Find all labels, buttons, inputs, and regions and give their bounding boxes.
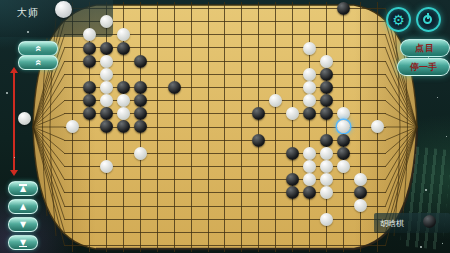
prev-move-button[interactable]: ▲ (8, 199, 38, 214)
board-cell[interactable] (183, 186, 200, 199)
board-cell[interactable] (318, 199, 335, 212)
board-cell[interactable] (352, 147, 369, 160)
board-cell[interactable] (284, 160, 301, 173)
board-cell[interactable] (183, 239, 200, 252)
board-cell[interactable] (64, 160, 81, 173)
board-cell[interactable] (217, 81, 234, 94)
board-cell[interactable] (64, 107, 81, 120)
board-cell[interactable] (200, 81, 217, 94)
board-cell[interactable] (284, 41, 301, 54)
go-board-grid[interactable] (64, 2, 386, 252)
board-cell[interactable] (335, 94, 352, 107)
board-cell[interactable] (217, 15, 234, 28)
board-cell[interactable] (233, 173, 250, 186)
board-cell[interactable] (200, 134, 217, 147)
board-cell[interactable] (267, 199, 284, 212)
board-cell[interactable] (98, 81, 115, 94)
board-cell[interactable] (166, 213, 183, 226)
board-cell[interactable] (318, 81, 335, 94)
board-cell[interactable] (183, 226, 200, 239)
board-cell[interactable] (217, 41, 234, 54)
board-cell[interactable] (284, 28, 301, 41)
board-cell[interactable] (318, 239, 335, 252)
board-cell[interactable] (217, 28, 234, 41)
board-cell[interactable] (267, 28, 284, 41)
board-cell[interactable] (301, 239, 318, 252)
board-cell[interactable] (166, 186, 183, 199)
board-cell[interactable] (369, 147, 386, 160)
board-cell[interactable] (335, 134, 352, 147)
board-cell[interactable] (233, 147, 250, 160)
board-cell[interactable] (166, 2, 183, 15)
board-cell[interactable] (166, 81, 183, 94)
board-cell[interactable] (217, 213, 234, 226)
board-cell[interactable] (149, 41, 166, 54)
board-cell[interactable] (166, 15, 183, 28)
board-cell[interactable] (233, 239, 250, 252)
board-cell[interactable] (200, 213, 217, 226)
board-cell[interactable] (115, 107, 132, 120)
board-cell[interactable] (352, 68, 369, 81)
next-move-button[interactable]: ▼ (8, 217, 38, 232)
board-cell[interactable] (132, 94, 149, 107)
board-cell[interactable] (335, 213, 352, 226)
board-cell[interactable] (267, 94, 284, 107)
board-cell[interactable] (284, 68, 301, 81)
board-cell[interactable] (267, 107, 284, 120)
board-cell[interactable] (183, 160, 200, 173)
board-cell[interactable] (267, 2, 284, 15)
board-cell[interactable] (166, 173, 183, 186)
board-cell[interactable] (149, 55, 166, 68)
board-cell[interactable] (233, 199, 250, 212)
board-cell[interactable] (81, 199, 98, 212)
board-cell[interactable] (64, 239, 81, 252)
board-cell[interactable] (250, 81, 267, 94)
board-cell[interactable] (166, 226, 183, 239)
board-cell[interactable] (64, 81, 81, 94)
board-cell[interactable] (233, 107, 250, 120)
board-cell[interactable] (352, 15, 369, 28)
board-cell[interactable] (250, 107, 267, 120)
board-cell[interactable] (301, 226, 318, 239)
board-cell[interactable] (217, 2, 234, 15)
board-cell[interactable] (64, 41, 81, 54)
board-cell[interactable] (318, 107, 335, 120)
board-cell[interactable] (200, 107, 217, 120)
board-cell[interactable] (267, 239, 284, 252)
board-cell[interactable] (369, 2, 386, 15)
board-cell[interactable] (301, 15, 318, 28)
board-cell[interactable] (369, 68, 386, 81)
board-cell[interactable] (183, 134, 200, 147)
board-cell[interactable] (233, 28, 250, 41)
board-cell[interactable] (352, 226, 369, 239)
board-cell[interactable] (369, 134, 386, 147)
board-cell[interactable] (284, 186, 301, 199)
board-cell[interactable] (217, 134, 234, 147)
board-cell[interactable] (267, 226, 284, 239)
board-cell[interactable] (352, 199, 369, 212)
board-cell[interactable] (183, 213, 200, 226)
board-cell[interactable] (98, 199, 115, 212)
board-cell[interactable] (217, 55, 234, 68)
board-cell[interactable] (369, 28, 386, 41)
board-cell[interactable] (132, 239, 149, 252)
board-cell[interactable] (183, 41, 200, 54)
board-cell[interactable] (250, 186, 267, 199)
board-cell[interactable] (318, 120, 335, 133)
board-cell[interactable] (284, 226, 301, 239)
board-cell[interactable] (200, 15, 217, 28)
board-cell[interactable] (115, 81, 132, 94)
board-cell[interactable] (369, 55, 386, 68)
board-cell[interactable] (284, 134, 301, 147)
board-cell[interactable] (335, 2, 352, 15)
board-cell[interactable] (132, 107, 149, 120)
board-cell[interactable] (132, 41, 149, 54)
board-cell[interactable] (233, 94, 250, 107)
board-cell[interactable] (318, 68, 335, 81)
slider-track[interactable] (13, 72, 15, 170)
board-cell[interactable] (81, 81, 98, 94)
board-cell[interactable] (250, 213, 267, 226)
board-cell[interactable] (200, 2, 217, 15)
board-cell[interactable] (233, 134, 250, 147)
board-cell[interactable] (250, 239, 267, 252)
settings-button[interactable]: ⚙ (386, 7, 411, 32)
board-cell[interactable] (81, 134, 98, 147)
board-cell[interactable] (335, 81, 352, 94)
board-cell[interactable] (267, 120, 284, 133)
board-cell[interactable] (284, 147, 301, 160)
board-cell[interactable] (98, 68, 115, 81)
board-cell[interactable] (250, 68, 267, 81)
board-cell[interactable] (267, 55, 284, 68)
board-cell[interactable] (132, 134, 149, 147)
board-cell[interactable] (250, 120, 267, 133)
board-cell[interactable] (318, 55, 335, 68)
rewind-button-2[interactable]: « (18, 55, 58, 70)
board-cell[interactable] (81, 41, 98, 54)
board-cell[interactable] (318, 15, 335, 28)
board-cell[interactable] (64, 213, 81, 226)
board-cell[interactable] (369, 15, 386, 28)
board-cell[interactable] (250, 160, 267, 173)
board-cell[interactable] (200, 173, 217, 186)
board-cell[interactable] (335, 68, 352, 81)
board-cell[interactable] (250, 147, 267, 160)
board-cell[interactable] (115, 15, 132, 28)
board-cell[interactable] (98, 134, 115, 147)
board-cell[interactable] (149, 226, 166, 239)
board-cell[interactable] (233, 226, 250, 239)
board-cell[interactable] (250, 28, 267, 41)
board-cell[interactable] (335, 173, 352, 186)
board-cell[interactable] (284, 2, 301, 15)
board-cell[interactable] (267, 186, 284, 199)
board-cell[interactable] (166, 239, 183, 252)
board-cell[interactable] (115, 239, 132, 252)
board-cell[interactable] (369, 107, 386, 120)
board-cell[interactable] (81, 186, 98, 199)
board-cell[interactable] (132, 186, 149, 199)
board-cell[interactable] (301, 213, 318, 226)
board-cell[interactable] (132, 81, 149, 94)
board-cell[interactable] (318, 94, 335, 107)
last-move-button[interactable]: ▼ (8, 235, 38, 250)
board-cell[interactable] (81, 160, 98, 173)
board-cell[interactable] (200, 147, 217, 160)
board-cell[interactable] (335, 15, 352, 28)
slider-handle[interactable] (18, 112, 31, 125)
board-cell[interactable] (115, 120, 132, 133)
board-cell[interactable] (284, 107, 301, 120)
board-cell[interactable] (149, 28, 166, 41)
board-cell[interactable] (301, 2, 318, 15)
board-cell[interactable] (233, 186, 250, 199)
board-cell[interactable] (233, 160, 250, 173)
board-cell[interactable] (115, 199, 132, 212)
board-cell[interactable] (166, 68, 183, 81)
board-cell[interactable] (318, 186, 335, 199)
board-cell[interactable] (115, 55, 132, 68)
board-cell[interactable] (64, 186, 81, 199)
board-cell[interactable] (115, 226, 132, 239)
board-cell[interactable] (284, 173, 301, 186)
board-cell[interactable] (369, 173, 386, 186)
board-cell[interactable] (352, 2, 369, 15)
board-cell[interactable] (369, 94, 386, 107)
board-cell[interactable] (115, 134, 132, 147)
board-cell[interactable] (200, 120, 217, 133)
board-cell[interactable] (132, 55, 149, 68)
board-cell[interactable] (166, 134, 183, 147)
board-cell[interactable] (132, 213, 149, 226)
board-cell[interactable] (183, 28, 200, 41)
board-cell[interactable] (301, 120, 318, 133)
board-cell[interactable] (318, 147, 335, 160)
board-cell[interactable] (64, 147, 81, 160)
board-cell[interactable] (183, 55, 200, 68)
board-cell[interactable] (200, 226, 217, 239)
board-cell[interactable] (217, 199, 234, 212)
board-cell[interactable] (81, 120, 98, 133)
board-cell[interactable] (98, 186, 115, 199)
board-cell[interactable] (81, 68, 98, 81)
board-cell[interactable] (335, 186, 352, 199)
board-cell[interactable] (369, 81, 386, 94)
rewind-button-1[interactable]: « (18, 41, 58, 56)
board-cell[interactable] (115, 160, 132, 173)
board-cell[interactable] (115, 213, 132, 226)
board-cell[interactable] (352, 239, 369, 252)
board-cell[interactable] (200, 239, 217, 252)
board-cell[interactable] (132, 68, 149, 81)
board-cell[interactable] (81, 94, 98, 107)
board-cell[interactable] (250, 226, 267, 239)
board-cell[interactable] (301, 147, 318, 160)
board-cell[interactable] (301, 199, 318, 212)
board-cell[interactable] (267, 173, 284, 186)
board-cell[interactable] (301, 107, 318, 120)
board-cell[interactable] (301, 28, 318, 41)
board-cell[interactable] (115, 186, 132, 199)
board-cell[interactable] (284, 55, 301, 68)
board-cell[interactable] (98, 55, 115, 68)
board-cell[interactable] (284, 81, 301, 94)
board-cell[interactable] (217, 94, 234, 107)
power-button[interactable] (416, 7, 441, 32)
board-cell[interactable] (352, 120, 369, 133)
board-cell[interactable] (149, 239, 166, 252)
board-cell[interactable] (369, 41, 386, 54)
board-cell[interactable] (233, 68, 250, 81)
board-cell[interactable] (318, 173, 335, 186)
board-cell[interactable] (217, 173, 234, 186)
board-cell[interactable] (166, 94, 183, 107)
board-cell[interactable] (267, 68, 284, 81)
board-cell[interactable] (217, 226, 234, 239)
board-cell[interactable] (98, 120, 115, 133)
board-cell[interactable] (301, 94, 318, 107)
board-cell[interactable] (250, 15, 267, 28)
board-cell[interactable] (132, 226, 149, 239)
board-cell[interactable] (217, 68, 234, 81)
board-cell[interactable] (98, 41, 115, 54)
board-cell[interactable] (318, 41, 335, 54)
board-cell[interactable] (98, 107, 115, 120)
board-cell[interactable] (166, 199, 183, 212)
board-cell[interactable] (132, 173, 149, 186)
board-cell[interactable] (352, 186, 369, 199)
board-cell[interactable] (217, 107, 234, 120)
board-cell[interactable] (335, 199, 352, 212)
board-cell[interactable] (267, 147, 284, 160)
board-cell[interactable] (64, 55, 81, 68)
board-cell[interactable] (352, 55, 369, 68)
board-cell[interactable] (200, 41, 217, 54)
board-cell[interactable] (149, 173, 166, 186)
board-cell[interactable] (233, 120, 250, 133)
board-cell[interactable] (318, 160, 335, 173)
board-cell[interactable] (149, 15, 166, 28)
board-cell[interactable] (250, 94, 267, 107)
board-cell[interactable] (250, 199, 267, 212)
board-cell[interactable] (267, 15, 284, 28)
board-cell[interactable] (369, 186, 386, 199)
board-cell[interactable] (284, 15, 301, 28)
board-cell[interactable] (318, 2, 335, 15)
board-cell[interactable] (149, 68, 166, 81)
board-cell[interactable] (166, 160, 183, 173)
board-cell[interactable] (183, 120, 200, 133)
board-cell[interactable] (284, 239, 301, 252)
board-cell[interactable] (267, 160, 284, 173)
board-cell[interactable] (250, 55, 267, 68)
board-cell[interactable] (81, 173, 98, 186)
board-cell[interactable] (132, 120, 149, 133)
board-cell[interactable] (183, 173, 200, 186)
board-cell[interactable] (200, 160, 217, 173)
board-cell[interactable] (335, 120, 352, 133)
board-cell[interactable] (115, 147, 132, 160)
board-cell[interactable] (183, 199, 200, 212)
board-cell[interactable] (98, 226, 115, 239)
board-cell[interactable] (301, 55, 318, 68)
board-cell[interactable] (301, 68, 318, 81)
board-cell[interactable] (301, 186, 318, 199)
board-cell[interactable] (250, 41, 267, 54)
board-cell[interactable] (352, 28, 369, 41)
board-cell[interactable] (352, 94, 369, 107)
board-cell[interactable] (183, 2, 200, 15)
board-cell[interactable] (98, 213, 115, 226)
board-cell[interactable] (284, 199, 301, 212)
board-cell[interactable] (132, 199, 149, 212)
board-cell[interactable] (64, 134, 81, 147)
board-cell[interactable] (200, 186, 217, 199)
board-cell[interactable] (166, 147, 183, 160)
board-cell[interactable] (267, 213, 284, 226)
board-cell[interactable] (369, 239, 386, 252)
board-cell[interactable] (98, 147, 115, 160)
board-cell[interactable] (132, 147, 149, 160)
count-territory-button[interactable]: 点目 (400, 39, 450, 57)
board-cell[interactable] (149, 120, 166, 133)
board-cell[interactable] (115, 41, 132, 54)
board-cell[interactable] (115, 2, 132, 15)
board-cell[interactable] (166, 55, 183, 68)
board-cell[interactable] (200, 94, 217, 107)
board-cell[interactable] (301, 41, 318, 54)
board-cell[interactable] (81, 213, 98, 226)
board-cell[interactable] (81, 55, 98, 68)
board-cell[interactable] (335, 41, 352, 54)
board-cell[interactable] (115, 28, 132, 41)
board-cell[interactable] (335, 239, 352, 252)
board-cell[interactable] (217, 147, 234, 160)
board-cell[interactable] (149, 147, 166, 160)
board-cell[interactable] (166, 120, 183, 133)
board-cell[interactable] (81, 107, 98, 120)
board-cell[interactable] (233, 213, 250, 226)
board-cell[interactable] (98, 94, 115, 107)
board-cell[interactable] (64, 226, 81, 239)
board-cell[interactable] (64, 94, 81, 107)
board-cell[interactable] (352, 160, 369, 173)
board-cell[interactable] (335, 226, 352, 239)
board-cell[interactable] (318, 226, 335, 239)
board-cell[interactable] (352, 107, 369, 120)
board-cell[interactable] (335, 28, 352, 41)
board-cell[interactable] (132, 2, 149, 15)
board-cell[interactable] (335, 147, 352, 160)
board-cell[interactable] (149, 186, 166, 199)
board-cell[interactable] (183, 81, 200, 94)
board-cell[interactable] (81, 239, 98, 252)
board-cell[interactable] (166, 107, 183, 120)
board-cell[interactable] (200, 199, 217, 212)
board-cell[interactable] (352, 134, 369, 147)
board-cell[interactable] (200, 55, 217, 68)
board-cell[interactable] (250, 134, 267, 147)
board-cell[interactable] (132, 28, 149, 41)
board-cell[interactable] (217, 120, 234, 133)
board-cell[interactable] (64, 173, 81, 186)
board-cell[interactable] (115, 94, 132, 107)
board-cell[interactable] (132, 160, 149, 173)
